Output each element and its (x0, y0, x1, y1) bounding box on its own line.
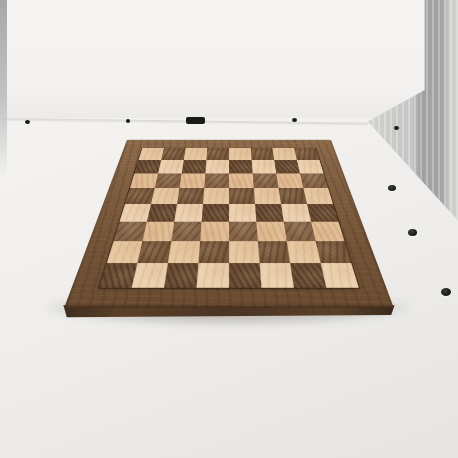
square-e7[interactable] (229, 160, 253, 173)
square-h6[interactable] (300, 173, 328, 188)
square-h8[interactable] (294, 148, 319, 160)
square-f3[interactable] (256, 222, 286, 242)
square-f2[interactable] (258, 241, 290, 263)
square-f5[interactable] (254, 188, 281, 204)
square-f7[interactable] (252, 160, 277, 173)
square-b5[interactable] (151, 188, 179, 204)
square-b4[interactable] (147, 204, 177, 222)
square-e1[interactable] (229, 263, 261, 288)
square-d5[interactable] (203, 188, 229, 204)
square-c7[interactable] (182, 160, 207, 173)
square-g5[interactable] (279, 188, 307, 204)
table-edge-mark (292, 118, 297, 122)
board-grid (99, 148, 359, 288)
square-f8[interactable] (251, 148, 275, 160)
square-b3[interactable] (142, 222, 174, 242)
square-e5[interactable] (229, 188, 255, 204)
square-f6[interactable] (253, 173, 279, 188)
square-e4[interactable] (229, 204, 256, 222)
square-g7[interactable] (274, 160, 300, 173)
square-a7[interactable] (134, 160, 161, 173)
square-d6[interactable] (204, 173, 229, 188)
square-a6[interactable] (130, 173, 158, 188)
square-c8[interactable] (184, 148, 208, 160)
square-f4[interactable] (255, 204, 284, 222)
square-g8[interactable] (272, 148, 297, 160)
square-d8[interactable] (206, 148, 229, 160)
square-h7[interactable] (297, 160, 324, 173)
square-f1[interactable] (260, 263, 294, 288)
square-d1[interactable] (197, 263, 229, 288)
square-a8[interactable] (139, 148, 164, 160)
square-c4[interactable] (174, 204, 203, 222)
square-h3[interactable] (311, 222, 344, 242)
square-h4[interactable] (307, 204, 338, 222)
square-c1[interactable] (164, 263, 198, 288)
square-b1[interactable] (132, 263, 168, 288)
square-d4[interactable] (202, 204, 229, 222)
left-frame-strip (0, 0, 7, 178)
square-c5[interactable] (177, 188, 204, 204)
square-b2[interactable] (137, 241, 171, 263)
square-e6[interactable] (229, 173, 254, 188)
square-b6[interactable] (155, 173, 182, 188)
square-d3[interactable] (200, 222, 229, 242)
table-screw-hole (441, 288, 451, 296)
square-c3[interactable] (171, 222, 201, 242)
square-e8[interactable] (229, 148, 252, 160)
square-d7[interactable] (205, 160, 229, 173)
table-edge-mark (186, 117, 205, 124)
square-b7[interactable] (158, 160, 184, 173)
square-a5[interactable] (125, 188, 155, 204)
wall-background (0, 0, 458, 122)
square-c2[interactable] (168, 241, 200, 263)
table-screw-hole (408, 229, 417, 236)
square-a4[interactable] (120, 204, 151, 222)
square-g4[interactable] (281, 204, 311, 222)
scene (0, 0, 458, 458)
square-c6[interactable] (179, 173, 205, 188)
table-edge-mark (394, 126, 399, 130)
table-edge-mark (126, 119, 130, 123)
square-b8[interactable] (161, 148, 186, 160)
square-e2[interactable] (229, 241, 260, 263)
table-screw-hole (388, 185, 396, 191)
square-e3[interactable] (229, 222, 258, 242)
square-h5[interactable] (303, 188, 333, 204)
table-edge-mark (25, 120, 30, 124)
square-g6[interactable] (276, 173, 303, 188)
square-d2[interactable] (198, 241, 229, 263)
